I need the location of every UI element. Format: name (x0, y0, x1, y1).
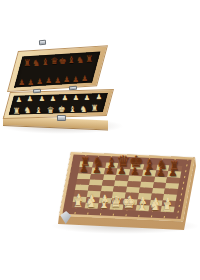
tray-piece: ♟ (45, 77, 52, 85)
product-photo: ♜♞♝♛♚♝♞♜ ♟♟♟♟♟♟♟♟ ♟♟♟♟♟♟♟♟ ♜♞♝♛♚♝♞♜ ♜♞♝♛… (0, 0, 200, 280)
tray-piece: ♞ (76, 56, 84, 65)
square-h1: ♜ (161, 206, 175, 212)
box-lid: ♜♞♝♛♚♝♞♜ ♟♟♟♟♟♟♟♟ (7, 45, 108, 92)
tray-piece: ♞ (32, 59, 40, 68)
base-tray-light-majors: ♜♞♝♛♚♝♞♜ (13, 104, 101, 115)
tray-piece: ♟ (95, 94, 101, 101)
base-felt-tray: ♟♟♟♟♟♟♟♟ ♜♞♝♛♚♝♞♜ (9, 93, 108, 115)
piece-white-rook: ♜ (153, 201, 182, 213)
tray-piece: ♟ (27, 78, 34, 86)
tray-piece: ♞ (24, 106, 32, 115)
tray-piece: ♝ (69, 104, 77, 113)
tray-piece: ♟ (50, 96, 56, 103)
tray-piece: ♛ (50, 57, 58, 66)
tray-piece: ♝ (67, 56, 75, 65)
tray-piece: ♚ (59, 57, 67, 66)
hinge-icon (69, 86, 77, 90)
chess-board: ♜♞♝♛♚♝♞♜♟♟♟♟♟♟♟♟♟♟♟♟♟♟♟♟♜♞♝♛♚♝♞♜ (59, 152, 195, 222)
tray-piece: ♜ (13, 106, 21, 115)
hinge-icon (33, 89, 41, 93)
tray-piece: ♜ (91, 104, 99, 113)
tray-piece: ♟ (39, 96, 45, 103)
tray-piece: ♟ (36, 77, 43, 85)
tray-piece: ♜ (23, 59, 31, 68)
tray-piece: ♝ (35, 105, 43, 114)
tray-piece: ♟ (18, 79, 25, 87)
board-grid: ♜♞♝♛♚♝♞♜♟♟♟♟♟♟♟♟♟♟♟♟♟♟♟♟♜♞♝♛♚♝♞♜ (72, 161, 183, 212)
tray-piece: ♝ (41, 58, 49, 67)
tray-piece: ♟ (64, 76, 71, 84)
tray-piece: ♟ (84, 95, 90, 102)
lid-felt-tray: ♜♞♝♛♚♝♞♜ ♟♟♟♟♟♟♟♟ (14, 52, 100, 88)
lid-tray-dark-pawns: ♟♟♟♟♟♟♟♟ (18, 74, 90, 86)
tray-piece: ♟ (82, 75, 89, 83)
tray-piece: ♟ (61, 95, 67, 102)
tray-piece: ♟ (73, 75, 80, 83)
lid-tray-dark-majors: ♜♞♝♛♚♝♞♜ (23, 55, 95, 69)
tray-piece: ♚ (58, 105, 66, 114)
tray-piece: ♜ (85, 55, 93, 64)
box-clasp-icon (57, 115, 66, 121)
tray-piece: ♟ (16, 97, 22, 104)
lid-clasp-icon (39, 40, 46, 45)
tray-piece: ♞ (80, 104, 88, 113)
tray-piece: ♟ (54, 76, 61, 84)
tray-piece: ♟ (73, 95, 79, 102)
tray-piece: ♛ (46, 105, 54, 114)
tray-piece: ♟ (27, 96, 33, 103)
